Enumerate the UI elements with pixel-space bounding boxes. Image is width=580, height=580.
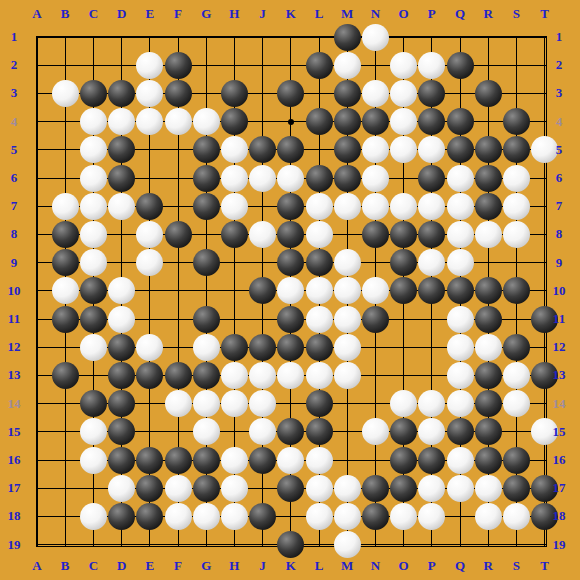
stone-white-G15[interactable] — [193, 418, 220, 445]
stone-black-R13[interactable] — [475, 362, 502, 389]
row-label-left-2: 2 — [11, 57, 18, 73]
stone-white-H13[interactable] — [221, 362, 248, 389]
stone-black-C10[interactable] — [80, 277, 107, 304]
stone-white-K6[interactable] — [277, 165, 304, 192]
stone-black-N18[interactable] — [362, 503, 389, 530]
col-label-bottom-R: R — [483, 558, 492, 574]
stone-white-L7[interactable] — [306, 193, 333, 220]
row-label-right-13: 13 — [553, 367, 566, 383]
stone-white-J6[interactable] — [249, 165, 276, 192]
stone-white-F4[interactable] — [165, 108, 192, 135]
stone-white-C12[interactable] — [80, 334, 107, 361]
stone-white-L8[interactable] — [306, 221, 333, 248]
stone-black-Q2[interactable] — [447, 52, 474, 79]
stone-white-N7[interactable] — [362, 193, 389, 220]
stone-white-N5[interactable] — [362, 136, 389, 163]
stone-black-F16[interactable] — [165, 447, 192, 474]
stone-black-L15[interactable] — [306, 418, 333, 445]
stone-white-Q8[interactable] — [447, 221, 474, 248]
col-label-top-C: C — [89, 6, 98, 22]
row-label-left-5: 5 — [11, 142, 18, 158]
stone-black-F2[interactable] — [165, 52, 192, 79]
stone-white-N6[interactable] — [362, 165, 389, 192]
stone-black-Q5[interactable] — [447, 136, 474, 163]
stone-black-D6[interactable] — [108, 165, 135, 192]
stone-white-S8[interactable] — [503, 221, 530, 248]
col-label-top-Q: Q — [455, 6, 465, 22]
stone-black-G9[interactable] — [193, 249, 220, 276]
stone-white-M7[interactable] — [334, 193, 361, 220]
stone-black-H4[interactable] — [221, 108, 248, 135]
stone-white-O2[interactable] — [390, 52, 417, 79]
row-label-left-10: 10 — [8, 283, 21, 299]
stone-white-R17[interactable] — [475, 475, 502, 502]
row-label-right-15: 15 — [553, 424, 566, 440]
stone-black-L6[interactable] — [306, 165, 333, 192]
row-label-left-11: 11 — [8, 311, 20, 327]
stone-black-M6[interactable] — [334, 165, 361, 192]
stone-black-P3[interactable] — [418, 80, 445, 107]
col-label-bottom-M: M — [341, 558, 353, 574]
stone-white-H5[interactable] — [221, 136, 248, 163]
stone-white-Q17[interactable] — [447, 475, 474, 502]
stone-black-D3[interactable] — [108, 80, 135, 107]
stone-white-E2[interactable] — [136, 52, 163, 79]
stone-white-D17[interactable] — [108, 475, 135, 502]
row-label-right-14: 14 — [553, 396, 566, 412]
row-label-right-16: 16 — [553, 452, 566, 468]
col-label-top-S: S — [513, 6, 520, 22]
stone-white-M19[interactable] — [334, 531, 361, 558]
stone-black-G17[interactable] — [193, 475, 220, 502]
stone-black-S16[interactable] — [503, 447, 530, 474]
stone-white-J8[interactable] — [249, 221, 276, 248]
row-label-left-13: 13 — [8, 367, 21, 383]
stone-white-O3[interactable] — [390, 80, 417, 107]
stone-black-J18[interactable] — [249, 503, 276, 530]
stone-black-B13[interactable] — [52, 362, 79, 389]
stone-black-H12[interactable] — [221, 334, 248, 361]
col-label-top-D: D — [117, 6, 126, 22]
stone-white-H6[interactable] — [221, 165, 248, 192]
stone-white-D7[interactable] — [108, 193, 135, 220]
stone-black-G11[interactable] — [193, 306, 220, 333]
stone-black-Q10[interactable] — [447, 277, 474, 304]
row-label-left-14: 14 — [8, 396, 21, 412]
stone-black-L9[interactable] — [306, 249, 333, 276]
stone-white-L10[interactable] — [306, 277, 333, 304]
stone-black-J16[interactable] — [249, 447, 276, 474]
stone-black-R15[interactable] — [475, 418, 502, 445]
stone-black-S5[interactable] — [503, 136, 530, 163]
stone-white-Q12[interactable] — [447, 334, 474, 361]
stone-black-E7[interactable] — [136, 193, 163, 220]
stone-black-D14[interactable] — [108, 390, 135, 417]
stone-white-O18[interactable] — [390, 503, 417, 530]
stone-white-H18[interactable] — [221, 503, 248, 530]
row-label-left-18: 18 — [8, 508, 21, 524]
stone-white-Q6[interactable] — [447, 165, 474, 192]
row-label-right-6: 6 — [556, 170, 563, 186]
stone-black-G16[interactable] — [193, 447, 220, 474]
stone-black-M1[interactable] — [334, 24, 361, 51]
row-label-right-3: 3 — [556, 85, 563, 101]
stone-white-J14[interactable] — [249, 390, 276, 417]
col-label-top-P: P — [428, 6, 436, 22]
stone-white-S6[interactable] — [503, 165, 530, 192]
stone-black-G13[interactable] — [193, 362, 220, 389]
stone-white-E12[interactable] — [136, 334, 163, 361]
col-label-top-K: K — [286, 6, 296, 22]
col-label-top-J: J — [259, 6, 266, 22]
stone-white-G14[interactable] — [193, 390, 220, 417]
col-label-bottom-C: C — [89, 558, 98, 574]
stone-black-K8[interactable] — [277, 221, 304, 248]
stone-black-O9[interactable] — [390, 249, 417, 276]
stone-white-C16[interactable] — [80, 447, 107, 474]
row-label-left-19: 19 — [8, 537, 21, 553]
stone-black-K3[interactable] — [277, 80, 304, 107]
row-label-right-17: 17 — [553, 480, 566, 496]
row-label-right-2: 2 — [556, 57, 563, 73]
stone-black-Q4[interactable] — [447, 108, 474, 135]
row-label-right-7: 7 — [556, 198, 563, 214]
stone-white-L16[interactable] — [306, 447, 333, 474]
stone-white-P18[interactable] — [418, 503, 445, 530]
stone-white-F17[interactable] — [165, 475, 192, 502]
stone-white-O14[interactable] — [390, 390, 417, 417]
col-label-bottom-H: H — [229, 558, 239, 574]
stone-black-S17[interactable] — [503, 475, 530, 502]
stone-white-M2[interactable] — [334, 52, 361, 79]
col-label-bottom-E: E — [145, 558, 154, 574]
row-label-right-5: 5 — [556, 142, 563, 158]
stone-black-E13[interactable] — [136, 362, 163, 389]
row-label-left-7: 7 — [11, 198, 18, 214]
stone-white-J13[interactable] — [249, 362, 276, 389]
stone-black-E18[interactable] — [136, 503, 163, 530]
col-label-top-M: M — [341, 6, 353, 22]
stone-black-O17[interactable] — [390, 475, 417, 502]
stone-black-B11[interactable] — [52, 306, 79, 333]
stone-white-C5[interactable] — [80, 136, 107, 163]
stone-black-L14[interactable] — [306, 390, 333, 417]
go-board[interactable]: AABBCCDDEEFFGGHHJJKKLLMMNNOOPPQQRRSSTT11… — [0, 0, 580, 580]
col-label-bottom-G: G — [201, 558, 211, 574]
col-label-top-H: H — [229, 6, 239, 22]
col-label-bottom-B: B — [61, 558, 70, 574]
col-label-bottom-J: J — [259, 558, 266, 574]
stone-white-H17[interactable] — [221, 475, 248, 502]
stone-white-R8[interactable] — [475, 221, 502, 248]
row-label-left-15: 15 — [8, 424, 21, 440]
stone-white-O4[interactable] — [390, 108, 417, 135]
stone-black-D13[interactable] — [108, 362, 135, 389]
stone-white-O7[interactable] — [390, 193, 417, 220]
row-label-right-19: 19 — [553, 537, 566, 553]
row-label-left-9: 9 — [11, 255, 18, 271]
col-label-bottom-L: L — [315, 558, 324, 574]
stone-white-K13[interactable] — [277, 362, 304, 389]
stone-white-S13[interactable] — [503, 362, 530, 389]
col-label-top-A: A — [32, 6, 41, 22]
stone-black-P6[interactable] — [418, 165, 445, 192]
stone-white-P17[interactable] — [418, 475, 445, 502]
stone-black-C3[interactable] — [80, 80, 107, 107]
col-label-top-G: G — [201, 6, 211, 22]
stone-white-F14[interactable] — [165, 390, 192, 417]
stone-white-E8[interactable] — [136, 221, 163, 248]
stone-white-S14[interactable] — [503, 390, 530, 417]
col-label-bottom-P: P — [428, 558, 436, 574]
stone-white-N15[interactable] — [362, 418, 389, 445]
stone-black-E17[interactable] — [136, 475, 163, 502]
col-label-top-T: T — [540, 6, 549, 22]
stone-white-M10[interactable] — [334, 277, 361, 304]
stone-black-F13[interactable] — [165, 362, 192, 389]
stone-white-C15[interactable] — [80, 418, 107, 445]
stone-black-M3[interactable] — [334, 80, 361, 107]
row-label-left-16: 16 — [8, 452, 21, 468]
stone-white-H16[interactable] — [221, 447, 248, 474]
col-label-top-B: B — [61, 6, 70, 22]
stone-black-N4[interactable] — [362, 108, 389, 135]
stone-black-K7[interactable] — [277, 193, 304, 220]
stone-black-R3[interactable] — [475, 80, 502, 107]
stone-white-C9[interactable] — [80, 249, 107, 276]
col-label-bottom-T: T — [540, 558, 549, 574]
stone-white-L18[interactable] — [306, 503, 333, 530]
stone-black-D18[interactable] — [108, 503, 135, 530]
row-label-right-4: 4 — [556, 114, 563, 130]
stone-black-P16[interactable] — [418, 447, 445, 474]
col-label-bottom-S: S — [513, 558, 520, 574]
stone-black-R11[interactable] — [475, 306, 502, 333]
stone-black-K19[interactable] — [277, 531, 304, 558]
stone-white-M13[interactable] — [334, 362, 361, 389]
stone-white-L11[interactable] — [306, 306, 333, 333]
stone-black-C14[interactable] — [80, 390, 107, 417]
stone-white-C7[interactable] — [80, 193, 107, 220]
stone-black-H3[interactable] — [221, 80, 248, 107]
stone-black-F3[interactable] — [165, 80, 192, 107]
col-label-top-F: F — [174, 6, 182, 22]
row-label-left-8: 8 — [11, 226, 18, 242]
stone-white-K16[interactable] — [277, 447, 304, 474]
stone-white-R18[interactable] — [475, 503, 502, 530]
col-label-bottom-F: F — [174, 558, 182, 574]
row-label-right-12: 12 — [553, 339, 566, 355]
row-label-left-17: 17 — [8, 480, 21, 496]
stone-white-N3[interactable] — [362, 80, 389, 107]
stone-black-B8[interactable] — [52, 221, 79, 248]
row-label-right-18: 18 — [553, 508, 566, 524]
stone-white-M9[interactable] — [334, 249, 361, 276]
stone-white-E3[interactable] — [136, 80, 163, 107]
stone-black-L4[interactable] — [306, 108, 333, 135]
stone-white-D11[interactable] — [108, 306, 135, 333]
row-label-left-4: 4 — [11, 114, 18, 130]
stone-white-Q14[interactable] — [447, 390, 474, 417]
stone-black-D16[interactable] — [108, 447, 135, 474]
row-label-left-3: 3 — [11, 85, 18, 101]
stone-black-R10[interactable] — [475, 277, 502, 304]
stone-black-K11[interactable] — [277, 306, 304, 333]
stone-black-S10[interactable] — [503, 277, 530, 304]
stone-black-N8[interactable] — [362, 221, 389, 248]
stone-black-O8[interactable] — [390, 221, 417, 248]
stone-black-R7[interactable] — [475, 193, 502, 220]
row-label-right-9: 9 — [556, 255, 563, 271]
stone-white-M12[interactable] — [334, 334, 361, 361]
stone-black-D12[interactable] — [108, 334, 135, 361]
row-label-left-12: 12 — [8, 339, 21, 355]
col-label-bottom-K: K — [286, 558, 296, 574]
stone-white-L17[interactable] — [306, 475, 333, 502]
row-label-right-8: 8 — [556, 226, 563, 242]
col-label-bottom-A: A — [32, 558, 41, 574]
star-point — [288, 119, 294, 125]
stone-white-M17[interactable] — [334, 475, 361, 502]
stone-white-P2[interactable] — [418, 52, 445, 79]
stone-black-K17[interactable] — [277, 475, 304, 502]
row-label-left-6: 6 — [11, 170, 18, 186]
stone-white-T5[interactable] — [531, 136, 558, 163]
stone-black-R16[interactable] — [475, 447, 502, 474]
stone-black-O16[interactable] — [390, 447, 417, 474]
stone-white-C4[interactable] — [80, 108, 107, 135]
row-label-left-1: 1 — [11, 29, 18, 45]
stone-white-S18[interactable] — [503, 503, 530, 530]
stone-black-G7[interactable] — [193, 193, 220, 220]
stone-white-C6[interactable] — [80, 165, 107, 192]
stone-white-H14[interactable] — [221, 390, 248, 417]
stone-black-B9[interactable] — [52, 249, 79, 276]
stone-black-M4[interactable] — [334, 108, 361, 135]
stone-black-F8[interactable] — [165, 221, 192, 248]
stone-white-C8[interactable] — [80, 221, 107, 248]
stone-black-K12[interactable] — [277, 334, 304, 361]
stone-white-L13[interactable] — [306, 362, 333, 389]
col-label-bottom-D: D — [117, 558, 126, 574]
col-label-bottom-Q: Q — [455, 558, 465, 574]
row-label-right-11: 11 — [553, 311, 565, 327]
stone-white-G18[interactable] — [193, 503, 220, 530]
col-label-bottom-N: N — [371, 558, 380, 574]
stone-black-E16[interactable] — [136, 447, 163, 474]
stone-black-N11[interactable] — [362, 306, 389, 333]
col-label-top-N: N — [371, 6, 380, 22]
col-label-top-E: E — [145, 6, 154, 22]
stone-black-J12[interactable] — [249, 334, 276, 361]
stone-white-C18[interactable] — [80, 503, 107, 530]
stone-black-G6[interactable] — [193, 165, 220, 192]
stone-white-Q11[interactable] — [447, 306, 474, 333]
stone-black-C11[interactable] — [80, 306, 107, 333]
stone-white-R12[interactable] — [475, 334, 502, 361]
stone-black-Q15[interactable] — [447, 418, 474, 445]
stone-black-S4[interactable] — [503, 108, 530, 135]
col-label-top-R: R — [483, 6, 492, 22]
stone-black-H8[interactable] — [221, 221, 248, 248]
stone-white-Q7[interactable] — [447, 193, 474, 220]
stone-white-B10[interactable] — [52, 277, 79, 304]
stone-white-H7[interactable] — [221, 193, 248, 220]
col-label-bottom-O: O — [399, 558, 409, 574]
stone-black-L2[interactable] — [306, 52, 333, 79]
stone-white-Q13[interactable] — [447, 362, 474, 389]
stone-white-P7[interactable] — [418, 193, 445, 220]
col-label-top-O: O — [399, 6, 409, 22]
stone-white-D4[interactable] — [108, 108, 135, 135]
stone-white-N1[interactable] — [362, 24, 389, 51]
stone-black-N17[interactable] — [362, 475, 389, 502]
stone-white-G12[interactable] — [193, 334, 220, 361]
stone-black-S12[interactable] — [503, 334, 530, 361]
stone-white-Q9[interactable] — [447, 249, 474, 276]
stone-white-N10[interactable] — [362, 277, 389, 304]
stone-black-L12[interactable] — [306, 334, 333, 361]
stone-white-Q16[interactable] — [447, 447, 474, 474]
col-label-top-L: L — [315, 6, 324, 22]
row-label-right-10: 10 — [553, 283, 566, 299]
stone-white-B7[interactable] — [52, 193, 79, 220]
stone-white-F18[interactable] — [165, 503, 192, 530]
stone-white-B3[interactable] — [52, 80, 79, 107]
stone-white-M11[interactable] — [334, 306, 361, 333]
stone-black-P8[interactable] — [418, 221, 445, 248]
row-label-right-1: 1 — [556, 29, 563, 45]
stone-black-R14[interactable] — [475, 390, 502, 417]
stone-black-R5[interactable] — [475, 136, 502, 163]
stone-white-M18[interactable] — [334, 503, 361, 530]
stone-white-S7[interactable] — [503, 193, 530, 220]
stone-black-R6[interactable] — [475, 165, 502, 192]
stone-white-G4[interactable] — [193, 108, 220, 135]
stone-black-M5[interactable] — [334, 136, 361, 163]
stone-black-G5[interactable] — [193, 136, 220, 163]
